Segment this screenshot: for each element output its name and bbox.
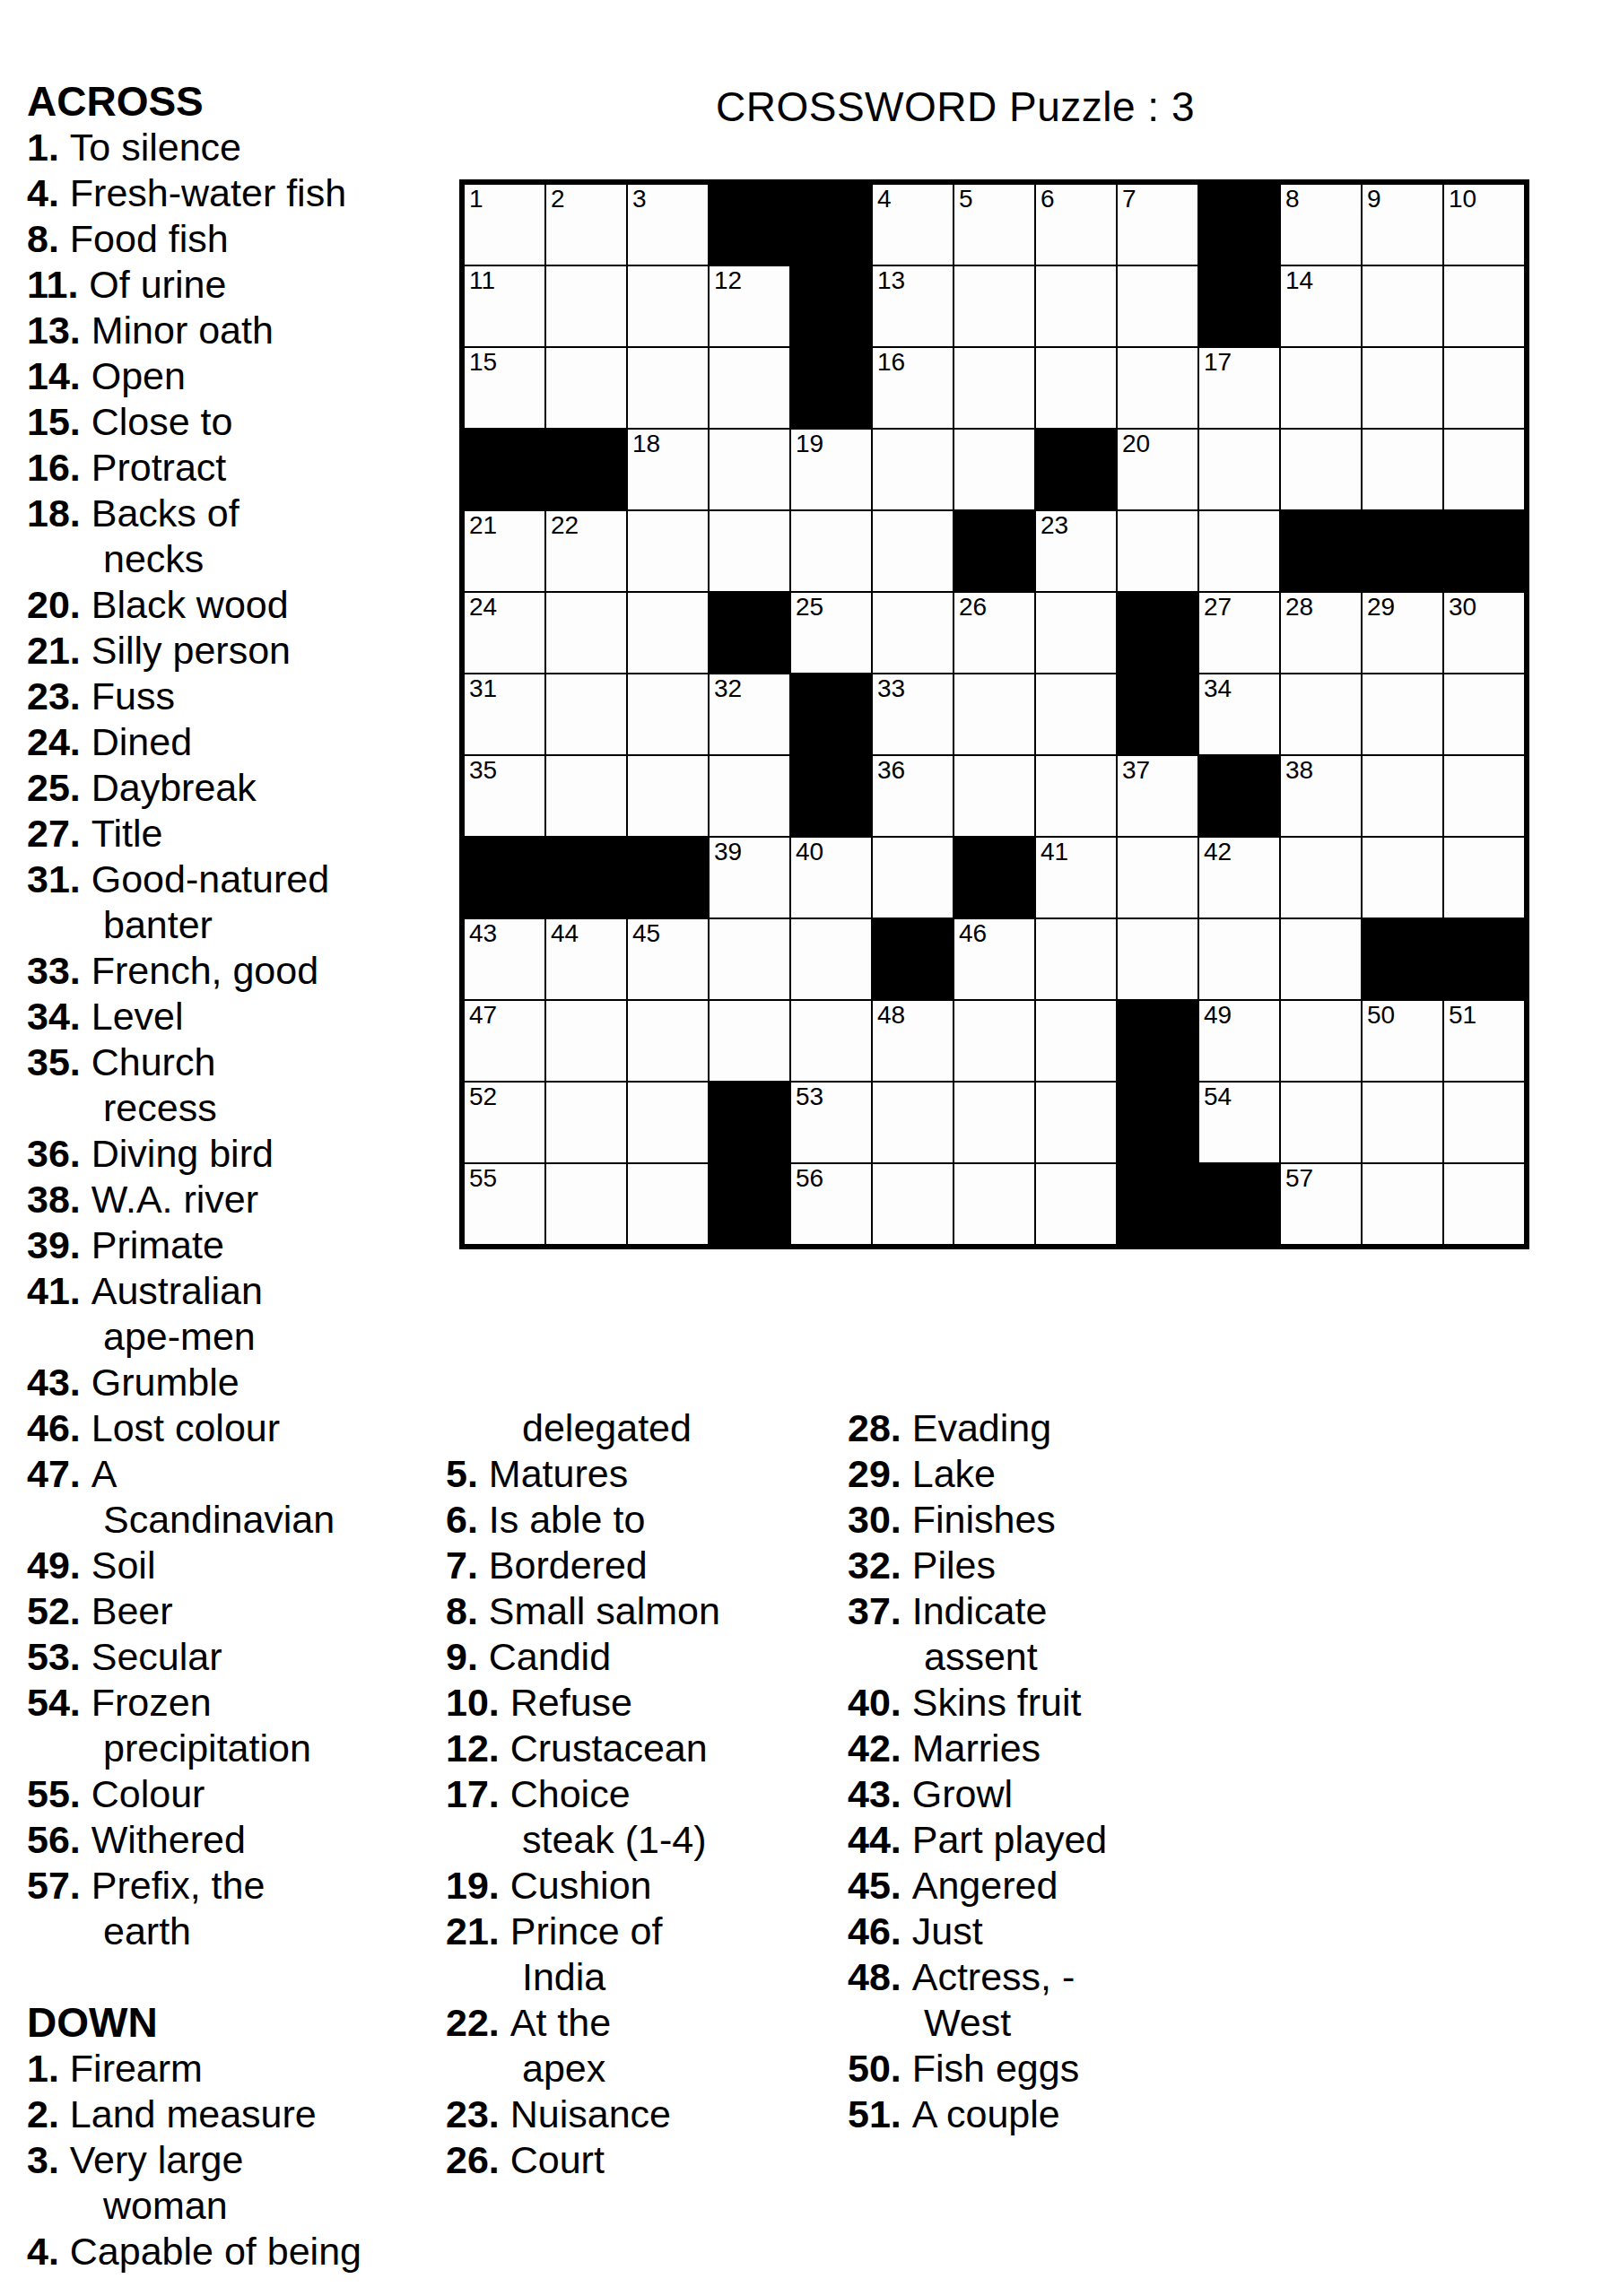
grid-cell-r12c1[interactable]: 52 — [465, 1083, 544, 1162]
grid-cell-r4c1 — [465, 430, 544, 509]
grid-cell-r11c2[interactable] — [546, 1001, 626, 1081]
grid-cell-r13c13[interactable] — [1444, 1164, 1524, 1244]
clue-line: 5. Matures — [446, 1451, 720, 1497]
grid-cell-r11c11[interactable] — [1281, 1001, 1361, 1081]
grid-cell-r8c4[interactable] — [710, 756, 789, 836]
grid-cell-r6c4 — [710, 593, 789, 673]
clue-line: 7. Bordered — [446, 1543, 720, 1588]
grid-cell-r1c5 — [791, 185, 871, 265]
grid-cell-r5c13 — [1444, 511, 1524, 591]
grid-cell-r12c6[interactable] — [873, 1083, 953, 1162]
grid-cell-r7c3[interactable] — [628, 674, 708, 754]
grid-cell-r5c4[interactable] — [710, 511, 789, 591]
grid-cell-r1c4 — [710, 185, 789, 265]
grid-cell-r2c6[interactable]: 13 — [873, 266, 953, 346]
grid-cell-r8c2[interactable] — [546, 756, 626, 836]
clue-line: 4. Fresh-water fish — [27, 170, 361, 216]
clue-line: necks — [27, 536, 361, 582]
clue-line: 11. Of urine — [27, 262, 361, 308]
clue-line: 10. Refuse — [446, 1680, 720, 1726]
cell-number: 31 — [469, 676, 497, 701]
clue-line: 30. Finishes — [848, 1497, 1107, 1543]
grid-cell-r13c8[interactable] — [1036, 1164, 1116, 1244]
clue-line: West — [848, 2000, 1107, 2046]
grid-cell-r4c11[interactable] — [1281, 430, 1361, 509]
clue-line: 20. Black wood — [27, 582, 361, 628]
grid-cell-r10c3[interactable]: 45 — [628, 919, 708, 999]
grid-cell-r3c2[interactable] — [546, 348, 626, 428]
clue-line: 45. Angered — [848, 1863, 1107, 1909]
cell-number: 19 — [796, 431, 823, 457]
grid-cell-r3c12[interactable] — [1363, 348, 1442, 428]
grid-cell-r6c6[interactable] — [873, 593, 953, 673]
clue-line: 36. Diving bird — [27, 1131, 361, 1177]
grid-cell-r4c13[interactable] — [1444, 430, 1524, 509]
grid-cell-r8c10 — [1199, 756, 1279, 836]
clue-line: 21. Silly person — [27, 628, 361, 674]
grid-cell-r5c2[interactable]: 22 — [546, 511, 626, 591]
grid-cell-r9c10[interactable]: 42 — [1199, 838, 1279, 918]
grid-cell-r8c9[interactable]: 37 — [1118, 756, 1197, 836]
grid-cell-r5c3[interactable] — [628, 511, 708, 591]
grid-cell-r11c12[interactable]: 50 — [1363, 1001, 1442, 1081]
grid-cell-r4c9[interactable]: 20 — [1118, 430, 1197, 509]
grid-cell-r12c3[interactable] — [628, 1083, 708, 1162]
grid-cell-r4c2 — [546, 430, 626, 509]
clue-line: 46. Just — [848, 1909, 1107, 1954]
grid-cell-r1c10 — [1199, 185, 1279, 265]
grid-cell-r13c6[interactable] — [873, 1164, 953, 1244]
cell-number: 39 — [714, 839, 742, 865]
grid-cell-r3c1[interactable]: 15 — [465, 348, 544, 428]
grid-cell-r6c11[interactable]: 28 — [1281, 593, 1361, 673]
cell-number: 20 — [1122, 431, 1150, 457]
clue-line: 21. Prince of — [446, 1909, 720, 1954]
cell-number: 48 — [877, 1003, 905, 1028]
grid-cell-r10c12 — [1363, 919, 1442, 999]
grid-cell-r10c11[interactable] — [1281, 919, 1361, 999]
cell-number: 27 — [1204, 595, 1232, 620]
clue-column-middle: delegated5. Matures6. Is able to7. Borde… — [446, 1405, 720, 2183]
clue-line: 41. Australian — [27, 1268, 361, 1314]
grid-cell-r10c5[interactable] — [791, 919, 871, 999]
grid-cell-r2c13[interactable] — [1444, 266, 1524, 346]
grid-cell-r2c3[interactable] — [628, 266, 708, 346]
cell-number: 29 — [1367, 595, 1395, 620]
grid-cell-r12c13[interactable] — [1444, 1083, 1524, 1162]
cell-number: 4 — [877, 187, 892, 212]
clue-line: 22. At the — [446, 2000, 720, 2046]
grid-cell-r10c8[interactable] — [1036, 919, 1116, 999]
cell-number: 36 — [877, 758, 905, 783]
grid-cell-r4c4[interactable] — [710, 430, 789, 509]
grid-cell-r3c5 — [791, 348, 871, 428]
grid-cell-r12c10[interactable]: 54 — [1199, 1083, 1279, 1162]
grid-cell-r5c9[interactable] — [1118, 511, 1197, 591]
clue-line: ape-men — [27, 1314, 361, 1360]
grid-cell-r13c3[interactable] — [628, 1164, 708, 1244]
clue-line: delegated — [446, 1405, 720, 1451]
clue-line: 42. Marries — [848, 1726, 1107, 1771]
cell-number: 45 — [632, 921, 660, 946]
grid-cell-r6c10[interactable]: 27 — [1199, 593, 1279, 673]
cell-number: 7 — [1122, 187, 1136, 212]
grid-cell-r9c12[interactable] — [1363, 838, 1442, 918]
grid-cell-r13c5[interactable]: 56 — [791, 1164, 871, 1244]
grid-cell-r3c6[interactable]: 16 — [873, 348, 953, 428]
clue-line: steak (1-4) — [446, 1817, 720, 1863]
clue-line: 8. Food fish — [27, 216, 361, 262]
grid-cell-r3c3[interactable] — [628, 348, 708, 428]
cell-number: 23 — [1041, 513, 1068, 538]
grid-cell-r13c11[interactable]: 57 — [1281, 1164, 1361, 1244]
clue-line: earth — [27, 1909, 361, 1954]
grid-cell-r8c7[interactable] — [954, 756, 1034, 836]
grid-cell-r12c12[interactable] — [1363, 1083, 1442, 1162]
grid-cell-r9c11[interactable] — [1281, 838, 1361, 918]
clue-line: 15. Close to — [27, 399, 361, 445]
grid-cell-r10c7[interactable]: 46 — [954, 919, 1034, 999]
cell-number: 12 — [714, 268, 742, 293]
cell-number: 5 — [959, 187, 973, 212]
grid-cell-r13c10 — [1199, 1164, 1279, 1244]
grid-cell-r3c11[interactable] — [1281, 348, 1361, 428]
grid-cell-r10c2[interactable]: 44 — [546, 919, 626, 999]
clue-line: banter — [27, 902, 361, 948]
grid-cell-r12c2[interactable] — [546, 1083, 626, 1162]
grid-cell-r2c11[interactable]: 14 — [1281, 266, 1361, 346]
cell-number: 38 — [1285, 758, 1313, 783]
cell-number: 22 — [551, 513, 579, 538]
grid-cell-r6c9 — [1118, 593, 1197, 673]
grid-cell-r7c7[interactable] — [954, 674, 1034, 754]
grid-cell-r3c10[interactable]: 17 — [1199, 348, 1279, 428]
clue-line: 14. Open — [27, 353, 361, 399]
cell-number: 47 — [469, 1003, 497, 1028]
grid-cell-r12c5[interactable]: 53 — [791, 1083, 871, 1162]
clue-line: 24. Dined — [27, 719, 361, 765]
grid-cell-r8c8[interactable] — [1036, 756, 1116, 836]
cell-number: 25 — [796, 595, 823, 620]
grid-cell-r2c4[interactable]: 12 — [710, 266, 789, 346]
grid-cell-r8c1[interactable]: 35 — [465, 756, 544, 836]
grid-cell-r13c4 — [710, 1164, 789, 1244]
clue-line: 1. Firearm — [27, 2046, 361, 2092]
grid-cell-r2c9[interactable] — [1118, 266, 1197, 346]
clue-line: 50. Fish eggs — [848, 2046, 1107, 2092]
grid-cell-r13c9 — [1118, 1164, 1197, 1244]
clue-line: 31. Good-natured — [27, 857, 361, 902]
grid-cell-r7c10[interactable]: 34 — [1199, 674, 1279, 754]
cell-number: 8 — [1285, 187, 1300, 212]
clue-line: Scandinavian — [27, 1497, 361, 1543]
grid-cell-r2c7[interactable] — [954, 266, 1034, 346]
grid-cell-r5c6[interactable] — [873, 511, 953, 591]
clue-line: 53. Secular — [27, 1634, 361, 1680]
grid-cell-r12c7[interactable] — [954, 1083, 1034, 1162]
clue-line: 23. Nuisance — [446, 2092, 720, 2137]
grid-cell-r8c11[interactable]: 38 — [1281, 756, 1361, 836]
clue-line: 57. Prefix, the — [27, 1863, 361, 1909]
grid-cell-r3c13[interactable] — [1444, 348, 1524, 428]
clue-line: precipitation — [27, 1726, 361, 1771]
cell-number: 49 — [1204, 1003, 1232, 1028]
grid-cell-r2c1[interactable]: 11 — [465, 266, 544, 346]
cell-number: 11 — [469, 268, 495, 293]
grid-cell-r1c12[interactable]: 9 — [1363, 185, 1442, 265]
grid-cell-r10c9[interactable] — [1118, 919, 1197, 999]
grid-cell-r1c13[interactable]: 10 — [1444, 185, 1524, 265]
clue-line: 38. W.A. river — [27, 1177, 361, 1222]
grid-cell-r1c3[interactable]: 3 — [628, 185, 708, 265]
cell-number: 10 — [1449, 187, 1476, 212]
grid-cell-r10c4[interactable] — [710, 919, 789, 999]
grid-cell-r5c8[interactable]: 23 — [1036, 511, 1116, 591]
grid-cell-r9c3 — [628, 838, 708, 918]
grid-cell-r11c13[interactable]: 51 — [1444, 1001, 1524, 1081]
cell-number: 2 — [551, 187, 565, 212]
down-header: DOWN — [27, 2000, 361, 2046]
grid-cell-r11c9 — [1118, 1001, 1197, 1081]
grid-cell-r11c8[interactable] — [1036, 1001, 1116, 1081]
grid-cell-r11c6[interactable]: 48 — [873, 1001, 953, 1081]
clue-line: 2. Land measure — [27, 2092, 361, 2137]
cell-number: 15 — [469, 350, 497, 375]
grid-cell-r5c7 — [954, 511, 1034, 591]
grid-cell-r10c6 — [873, 919, 953, 999]
grid-cell-r12c11[interactable] — [1281, 1083, 1361, 1162]
cell-number: 44 — [551, 921, 579, 946]
grid-cell-r12c8[interactable] — [1036, 1083, 1116, 1162]
grid-cell-r9c6[interactable] — [873, 838, 953, 918]
cell-number: 17 — [1204, 350, 1232, 375]
page-title: CROSSWORD Puzzle : 3 — [462, 83, 1449, 131]
clue-line: 49. Soil — [27, 1543, 361, 1588]
cell-number: 21 — [469, 513, 497, 538]
grid-cell-r8c12[interactable] — [1363, 756, 1442, 836]
clue-line: 37. Indicate — [848, 1588, 1107, 1634]
grid-cell-r11c5[interactable] — [791, 1001, 871, 1081]
cell-number: 3 — [632, 187, 647, 212]
cell-number: 46 — [959, 921, 987, 946]
clue-line: 40. Skins fruit — [848, 1680, 1107, 1726]
grid-cell-r11c7[interactable] — [954, 1001, 1034, 1081]
grid-cell-r8c5 — [791, 756, 871, 836]
clue-line: 28. Evading — [848, 1405, 1107, 1451]
grid-cell-r4c6[interactable] — [873, 430, 953, 509]
cell-number: 34 — [1204, 676, 1232, 701]
cell-number: 32 — [714, 676, 742, 701]
clue-line: 46. Lost colour — [27, 1405, 361, 1451]
cell-number: 18 — [632, 431, 660, 457]
grid-cell-r2c5 — [791, 266, 871, 346]
clue-line: 3. Very large — [27, 2137, 361, 2183]
grid-cell-r1c8[interactable]: 6 — [1036, 185, 1116, 265]
grid-cell-r6c5[interactable]: 25 — [791, 593, 871, 673]
grid-cell-r13c2[interactable] — [546, 1164, 626, 1244]
grid-cell-r13c7[interactable] — [954, 1164, 1034, 1244]
clue-line: 55. Colour — [27, 1771, 361, 1817]
grid-cell-r7c2[interactable] — [546, 674, 626, 754]
grid-cell-r10c13 — [1444, 919, 1524, 999]
grid-cell-r2c8[interactable] — [1036, 266, 1116, 346]
clue-line: 6. Is able to — [446, 1497, 720, 1543]
clue-line: 25. Daybreak — [27, 765, 361, 811]
grid-cell-r6c7[interactable]: 26 — [954, 593, 1034, 673]
grid-cell-r10c1[interactable]: 43 — [465, 919, 544, 999]
cell-number: 33 — [877, 676, 905, 701]
cell-number: 24 — [469, 595, 497, 620]
grid-cell-r11c1[interactable]: 47 — [465, 1001, 544, 1081]
grid-cell-r9c8[interactable]: 41 — [1036, 838, 1116, 918]
grid-cell-r12c9 — [1118, 1083, 1197, 1162]
clue-line: 16. Protract — [27, 445, 361, 491]
cell-number: 54 — [1204, 1084, 1232, 1109]
clue-line: 39. Primate — [27, 1222, 361, 1268]
grid-cell-r1c1[interactable]: 1 — [465, 185, 544, 265]
cell-number: 56 — [796, 1166, 823, 1191]
clue-line: 43. Growl — [848, 1771, 1107, 1817]
clue-line: 54. Frozen — [27, 1680, 361, 1726]
grid-cell-r4c3[interactable]: 18 — [628, 430, 708, 509]
crossword-grid: 1234567891011121314151617181920212223242… — [459, 179, 1529, 1249]
clue-line: India — [446, 1954, 720, 2000]
grid-cell-r6c2[interactable] — [546, 593, 626, 673]
grid-cell-r3c7[interactable] — [954, 348, 1034, 428]
cell-number: 37 — [1122, 758, 1150, 783]
grid-cell-r1c9[interactable]: 7 — [1118, 185, 1197, 265]
grid-cell-r4c5[interactable]: 19 — [791, 430, 871, 509]
grid-cell-r13c1[interactable]: 55 — [465, 1164, 544, 1244]
grid-cell-r5c1[interactable]: 21 — [465, 511, 544, 591]
grid-cell-r7c5 — [791, 674, 871, 754]
clue-line: 1. To silence — [27, 125, 361, 170]
grid-cell-r5c5[interactable] — [791, 511, 871, 591]
cell-number: 53 — [796, 1084, 823, 1109]
cell-number: 40 — [796, 839, 823, 865]
grid-cell-r1c2[interactable]: 2 — [546, 185, 626, 265]
cell-number: 13 — [877, 268, 905, 293]
grid-cell-r9c7 — [954, 838, 1034, 918]
cell-number: 41 — [1041, 839, 1068, 865]
clue-line: 26. Court — [446, 2137, 720, 2183]
cell-number: 55 — [469, 1166, 497, 1191]
grid-cell-r11c10[interactable]: 49 — [1199, 1001, 1279, 1081]
clue-column-right: 28. Evading29. Lake30. Finishes32. Piles… — [848, 1405, 1107, 2137]
grid-cell-r6c8[interactable] — [1036, 593, 1116, 673]
grid-cell-r7c12[interactable] — [1363, 674, 1442, 754]
cell-number: 28 — [1285, 595, 1313, 620]
cell-number: 16 — [877, 350, 905, 375]
grid-cell-r4c7[interactable] — [954, 430, 1034, 509]
grid-cell-r1c6[interactable]: 4 — [873, 185, 953, 265]
grid-cell-r7c13[interactable] — [1444, 674, 1524, 754]
grid-cell-r9c5[interactable]: 40 — [791, 838, 871, 918]
clue-line: 33. French, good — [27, 948, 361, 994]
clue-line: 13. Minor oath — [27, 308, 361, 353]
clue-line: 27. Title — [27, 811, 361, 857]
cell-number: 9 — [1367, 187, 1381, 212]
grid-cell-r1c11[interactable]: 8 — [1281, 185, 1361, 265]
cell-number: 14 — [1285, 268, 1313, 293]
grid-cell-r3c8[interactable] — [1036, 348, 1116, 428]
grid-cell-r2c12[interactable] — [1363, 266, 1442, 346]
grid-cell-r4c12[interactable] — [1363, 430, 1442, 509]
grid-cell-r4c10[interactable] — [1199, 430, 1279, 509]
grid-cell-r10c10[interactable] — [1199, 919, 1279, 999]
cell-number: 1 — [469, 187, 483, 212]
grid-cell-r11c4[interactable] — [710, 1001, 789, 1081]
cell-number: 30 — [1449, 595, 1476, 620]
grid-cell-r7c11[interactable] — [1281, 674, 1361, 754]
grid-cell-r5c10[interactable] — [1199, 511, 1279, 591]
clue-line: 51. A couple — [848, 2092, 1107, 2137]
cell-number: 35 — [469, 758, 497, 783]
cell-number: 6 — [1041, 187, 1055, 212]
grid-cell-r11c3[interactable] — [628, 1001, 708, 1081]
grid-cell-r3c4[interactable] — [710, 348, 789, 428]
grid-cell-r5c12 — [1363, 511, 1442, 591]
cell-number: 26 — [959, 595, 987, 620]
clue-line: assent — [848, 1634, 1107, 1680]
grid-cell-r2c2[interactable] — [546, 266, 626, 346]
clue-line: 19. Cushion — [446, 1863, 720, 1909]
grid-cell-r6c1[interactable]: 24 — [465, 593, 544, 673]
clue-line: 48. Actress, - — [848, 1954, 1107, 2000]
grid-cell-r8c13[interactable] — [1444, 756, 1524, 836]
clue-column-left: ACROSS1. To silence4. Fresh-water fish8.… — [27, 79, 361, 2274]
clue-line: 4. Capable of being — [27, 2229, 361, 2274]
grid-cell-r7c6[interactable]: 33 — [873, 674, 953, 754]
cell-number: 52 — [469, 1084, 497, 1109]
cell-number: 50 — [1367, 1003, 1395, 1028]
grid-cell-r7c8[interactable] — [1036, 674, 1116, 754]
grid-cell-r8c6[interactable]: 36 — [873, 756, 953, 836]
grid-cell-r6c12[interactable]: 29 — [1363, 593, 1442, 673]
grid-cell-r12c4 — [710, 1083, 789, 1162]
grid-cell-r5c11 — [1281, 511, 1361, 591]
cell-number: 43 — [469, 921, 497, 946]
clue-line: 17. Choice — [446, 1771, 720, 1817]
grid-cell-r13c12[interactable] — [1363, 1164, 1442, 1244]
grid-cell-r9c4[interactable]: 39 — [710, 838, 789, 918]
grid-cell-r7c1[interactable]: 31 — [465, 674, 544, 754]
grid-cell-r6c13[interactable]: 30 — [1444, 593, 1524, 673]
clue-line: 9. Candid — [446, 1634, 720, 1680]
grid-cell-r9c13[interactable] — [1444, 838, 1524, 918]
clue-line: 52. Beer — [27, 1588, 361, 1634]
clue-line: 34. Level — [27, 994, 361, 1039]
grid-cell-r7c9 — [1118, 674, 1197, 754]
clue-line: 43. Grumble — [27, 1360, 361, 1405]
clue-line: 12. Crustacean — [446, 1726, 720, 1771]
grid-cell-r6c3[interactable] — [628, 593, 708, 673]
grid-cell-r7c4[interactable]: 32 — [710, 674, 789, 754]
grid-cell-r9c2 — [546, 838, 626, 918]
clue-line: 47. A — [27, 1451, 361, 1497]
cell-number: 51 — [1449, 1003, 1476, 1028]
clue-line: woman — [27, 2183, 361, 2229]
grid-cell-r9c9[interactable] — [1118, 838, 1197, 918]
cell-number: 57 — [1285, 1166, 1313, 1191]
grid-cell-r3c9[interactable] — [1118, 348, 1197, 428]
grid-cell-r1c7[interactable]: 5 — [954, 185, 1034, 265]
cell-number: 42 — [1204, 839, 1232, 865]
grid-cell-r2c10 — [1199, 266, 1279, 346]
clue-line: 29. Lake — [848, 1451, 1107, 1497]
grid-cell-r8c3[interactable] — [628, 756, 708, 836]
clue-line: 23. Fuss — [27, 674, 361, 719]
